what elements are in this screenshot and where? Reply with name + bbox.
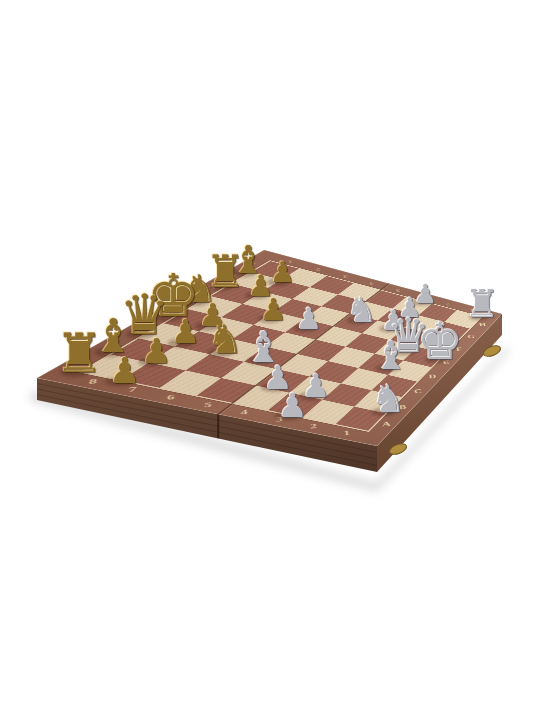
coord-number-near-3: 3 bbox=[275, 415, 282, 424]
coord-letter-far-D: D bbox=[185, 297, 195, 303]
coord-letter-far-G: G bbox=[107, 340, 120, 347]
coord-number-near-8: 8 bbox=[87, 377, 97, 386]
coord-letter-near-B: B bbox=[399, 403, 408, 411]
coord-letter-far-H: H bbox=[78, 357, 92, 365]
coord-letter-near-A: A bbox=[382, 420, 391, 428]
coord-number-far-8: 8 bbox=[470, 308, 475, 313]
coord-letter-far-C: C bbox=[207, 285, 216, 291]
product-photo-stage: 8877665544332211AABBCCDDEEFFGGHH ♜♝♛♚♞♜♝… bbox=[0, 0, 540, 720]
coord-letter-far-A: A bbox=[248, 262, 256, 267]
coord-letter-near-C: C bbox=[414, 387, 423, 394]
coord-letter-far-B: B bbox=[229, 273, 237, 278]
coord-number-far-4: 4 bbox=[369, 281, 374, 286]
coord-number-far-6: 6 bbox=[420, 295, 425, 300]
coord-number-far-5: 5 bbox=[395, 288, 400, 293]
coord-letter-near-G: G bbox=[467, 334, 476, 340]
coord-number-near-4: 4 bbox=[240, 408, 247, 417]
coord-letter-near-F: F bbox=[455, 346, 462, 352]
coord-number-near-1: 1 bbox=[343, 429, 350, 438]
coord-number-far-1: 1 bbox=[288, 259, 293, 264]
coord-number-near-6: 6 bbox=[166, 393, 175, 402]
coord-letter-near-D: D bbox=[428, 373, 437, 380]
coord-letter-near-H: H bbox=[479, 322, 487, 328]
coord-letter-far-E: E bbox=[161, 311, 171, 317]
coord-number-far-7: 7 bbox=[445, 301, 450, 306]
coord-number-far-3: 3 bbox=[342, 274, 347, 279]
coord-number-near-5: 5 bbox=[203, 401, 211, 410]
coord-letter-near-E: E bbox=[442, 359, 450, 366]
coord-number-near-7: 7 bbox=[127, 385, 136, 394]
coord-number-near-2: 2 bbox=[310, 422, 317, 431]
coord-letter-far-F: F bbox=[136, 325, 146, 332]
coord-number-far-2: 2 bbox=[315, 267, 320, 272]
